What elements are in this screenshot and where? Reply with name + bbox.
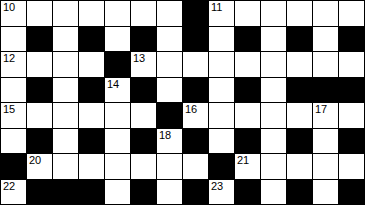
clue-number-20: 20 [29,155,41,166]
white-cell-r0c3[interactable] [79,1,104,26]
white-cell-r0c6[interactable] [157,1,182,26]
black-cell-r7c3 [79,180,104,205]
clue-number-11: 11 [211,2,222,13]
white-cell-r4c2[interactable] [53,103,78,128]
white-cell-r3c0[interactable] [1,78,26,103]
black-cell-r2c4 [105,52,130,77]
white-cell-r0c1[interactable] [27,1,52,26]
black-cell-r6c0 [1,154,26,179]
black-cell-r0c7 [183,1,208,26]
white-cell-r7c0[interactable]: 22 [1,180,26,205]
clue-number-12: 12 [3,53,15,64]
white-cell-r7c8[interactable]: 23 [209,180,234,205]
white-cell-r4c10[interactable] [261,103,286,128]
white-cell-r1c0[interactable] [1,27,26,52]
white-cell-r4c0[interactable]: 15 [1,103,26,128]
white-cell-r2c5[interactable]: 13 [131,52,156,77]
clue-number-14: 14 [107,79,119,90]
black-cell-r3c1 [27,78,52,103]
white-cell-r3c2[interactable] [53,78,78,103]
black-cell-r3c7 [183,78,208,103]
white-cell-r2c0[interactable]: 12 [1,52,26,77]
white-cell-r6c4[interactable] [105,154,130,179]
white-cell-r1c6[interactable] [157,27,182,52]
black-cell-r5c3 [79,129,104,154]
white-cell-r6c10[interactable] [261,154,286,179]
white-cell-r4c8[interactable] [209,103,234,128]
white-cell-r6c2[interactable] [53,154,78,179]
white-cell-r3c6[interactable] [157,78,182,103]
white-cell-r5c0[interactable] [1,129,26,154]
black-cell-r5c13 [339,129,364,154]
clue-number-17: 17 [315,104,327,115]
white-cell-r2c8[interactable] [209,52,234,77]
black-cell-r3c11 [287,78,312,103]
white-cell-r4c1[interactable] [27,103,52,128]
white-cell-r1c2[interactable] [53,27,78,52]
black-cell-r4c6 [157,103,182,128]
clue-number-21: 21 [237,155,249,166]
white-cell-r5c12[interactable] [313,129,338,154]
black-cell-r5c1 [27,129,52,154]
black-cell-r7c5 [131,180,156,205]
white-cell-r3c10[interactable] [261,78,286,103]
white-cell-r6c1[interactable]: 20 [27,154,52,179]
white-cell-r5c10[interactable] [261,129,286,154]
black-cell-r5c11 [287,129,312,154]
white-cell-r4c4[interactable] [105,103,130,128]
white-cell-r6c5[interactable] [131,154,156,179]
white-cell-r4c5[interactable] [131,103,156,128]
white-cell-r2c10[interactable] [261,52,286,77]
black-cell-r1c3 [79,27,104,52]
black-cell-r3c12 [313,78,338,103]
white-cell-r6c11[interactable] [287,154,312,179]
white-cell-r5c8[interactable] [209,129,234,154]
white-cell-r7c4[interactable] [105,180,130,205]
white-cell-r2c2[interactable] [53,52,78,77]
black-cell-r1c1 [27,27,52,52]
black-cell-r5c9 [235,129,260,154]
white-cell-r4c3[interactable] [79,103,104,128]
white-cell-r6c13[interactable] [339,154,364,179]
clue-number-13: 13 [133,53,145,64]
black-cell-r7c13 [339,180,364,205]
white-cell-r2c6[interactable] [157,52,182,77]
clue-number-15: 15 [3,104,15,115]
black-cell-r5c7 [183,129,208,154]
white-cell-r5c4[interactable] [105,129,130,154]
white-cell-r0c4[interactable] [105,1,130,26]
white-cell-r2c13[interactable] [339,52,364,77]
black-cell-r7c7 [183,180,208,205]
black-cell-r3c13 [339,78,364,103]
white-cell-r1c10[interactable] [261,27,286,52]
white-cell-r0c11[interactable] [287,1,312,26]
white-cell-r7c12[interactable] [313,180,338,205]
black-cell-r1c9 [235,27,260,52]
black-cell-r1c5 [131,27,156,52]
white-cell-r0c8[interactable]: 11 [209,1,234,26]
white-cell-r0c5[interactable] [131,1,156,26]
white-cell-r4c9[interactable] [235,103,260,128]
white-cell-r6c9[interactable]: 21 [235,154,260,179]
white-cell-r0c13[interactable] [339,1,364,26]
white-cell-r0c10[interactable] [261,1,286,26]
white-cell-r2c9[interactable] [235,52,260,77]
white-cell-r1c12[interactable] [313,27,338,52]
white-cell-r6c12[interactable] [313,154,338,179]
clue-number-16: 16 [185,104,197,115]
black-cell-r7c11 [287,180,312,205]
white-cell-r6c7[interactable] [183,154,208,179]
black-cell-r7c1 [27,180,52,205]
white-cell-r6c6[interactable] [157,154,182,179]
white-cell-r2c7[interactable] [183,52,208,77]
black-cell-r6c8 [209,154,234,179]
white-cell-r6c3[interactable] [79,154,104,179]
black-cell-r3c3 [79,78,104,103]
white-cell-r2c1[interactable] [27,52,52,77]
clue-number-18: 18 [159,130,171,141]
white-cell-r0c9[interactable] [235,1,260,26]
white-cell-r2c3[interactable] [79,52,104,77]
white-cell-r4c13[interactable] [339,103,364,128]
white-cell-r3c4[interactable]: 14 [105,78,130,103]
clue-number-23: 23 [211,181,223,192]
white-cell-r4c11[interactable] [287,103,312,128]
white-cell-r2c12[interactable] [313,52,338,77]
white-cell-r4c12[interactable]: 17 [313,103,338,128]
black-cell-r1c7 [183,27,208,52]
black-cell-r1c13 [339,27,364,52]
white-cell-r0c2[interactable] [53,1,78,26]
crossword-grid: 10111213141516171820212223 [0,0,365,205]
black-cell-r7c9 [235,180,260,205]
white-cell-r5c2[interactable] [53,129,78,154]
black-cell-r1c11 [287,27,312,52]
white-cell-r4c7[interactable]: 16 [183,103,208,128]
white-cell-r1c4[interactable] [105,27,130,52]
black-cell-r3c9 [235,78,260,103]
white-cell-r2c11[interactable] [287,52,312,77]
white-cell-r0c0[interactable]: 10 [1,1,26,26]
white-cell-r3c8[interactable] [209,78,234,103]
white-cell-r7c6[interactable] [157,180,182,205]
black-cell-r5c5 [131,129,156,154]
clue-number-10: 10 [3,2,15,13]
black-cell-r3c5 [131,78,156,103]
white-cell-r5c6[interactable]: 18 [157,129,182,154]
clue-number-22: 22 [3,181,15,192]
white-cell-r7c10[interactable] [261,180,286,205]
black-cell-r7c2 [53,180,78,205]
white-cell-r0c12[interactable] [313,1,338,26]
white-cell-r1c8[interactable] [209,27,234,52]
